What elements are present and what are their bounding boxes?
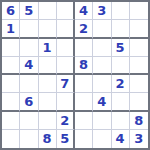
cell-r2c1[interactable]: 1 xyxy=(2,20,20,38)
cell-r8c7[interactable]: 4 xyxy=(112,130,130,148)
cell-r1c7[interactable] xyxy=(112,2,130,20)
cell-r6c4[interactable] xyxy=(57,93,75,111)
cell-r4c3[interactable] xyxy=(39,57,57,75)
cell-r8c5[interactable] xyxy=(75,130,93,148)
cell-r4c7[interactable] xyxy=(112,57,130,75)
cell-r7c4[interactable]: 2 xyxy=(57,112,75,130)
cell-r5c7[interactable]: 2 xyxy=(112,75,130,93)
cell-r4c1[interactable] xyxy=(2,57,20,75)
cell-r2c2[interactable] xyxy=(20,20,38,38)
cell-r3c1[interactable] xyxy=(2,39,20,57)
cell-r4c6[interactable] xyxy=(93,57,111,75)
cell-r6c1[interactable] xyxy=(2,93,20,111)
cell-r8c4[interactable]: 5 xyxy=(57,130,75,148)
cell-r4c2[interactable]: 4 xyxy=(20,57,38,75)
cell-r6c5[interactable] xyxy=(75,93,93,111)
cell-r3c7[interactable]: 5 xyxy=(112,39,130,57)
cell-r7c2[interactable] xyxy=(20,112,38,130)
sudoku-board: 65431215487264288543 xyxy=(0,0,150,150)
cell-r3c5[interactable] xyxy=(75,39,93,57)
cell-r8c1[interactable] xyxy=(2,130,20,148)
cell-r1c4[interactable] xyxy=(57,2,75,20)
cell-r1c5[interactable]: 4 xyxy=(75,2,93,20)
cell-r7c5[interactable] xyxy=(75,112,93,130)
cell-r3c3[interactable]: 1 xyxy=(39,39,57,57)
cell-r7c6[interactable] xyxy=(93,112,111,130)
cell-r2c4[interactable] xyxy=(57,20,75,38)
cell-r3c6[interactable] xyxy=(93,39,111,57)
cell-r5c5[interactable] xyxy=(75,75,93,93)
cell-r7c7[interactable] xyxy=(112,112,130,130)
cell-r5c2[interactable] xyxy=(20,75,38,93)
cell-r7c3[interactable] xyxy=(39,112,57,130)
cell-r4c5[interactable]: 8 xyxy=(75,57,93,75)
cell-r4c4[interactable] xyxy=(57,57,75,75)
cell-r1c3[interactable] xyxy=(39,2,57,20)
cell-r2c6[interactable] xyxy=(93,20,111,38)
cell-r6c2[interactable]: 6 xyxy=(20,93,38,111)
cell-r2c5[interactable]: 2 xyxy=(75,20,93,38)
cell-r6c7[interactable] xyxy=(112,93,130,111)
cell-r3c8[interactable] xyxy=(130,39,148,57)
cell-r2c8[interactable] xyxy=(130,20,148,38)
cell-r1c6[interactable]: 3 xyxy=(93,2,111,20)
cell-r5c8[interactable] xyxy=(130,75,148,93)
cell-r1c8[interactable] xyxy=(130,2,148,20)
cell-r8c3[interactable]: 8 xyxy=(39,130,57,148)
cell-r6c3[interactable] xyxy=(39,93,57,111)
cell-r6c6[interactable]: 4 xyxy=(93,93,111,111)
cell-r2c7[interactable] xyxy=(112,20,130,38)
cell-r8c6[interactable] xyxy=(93,130,111,148)
cell-r4c8[interactable] xyxy=(130,57,148,75)
cell-r2c3[interactable] xyxy=(39,20,57,38)
cell-r5c6[interactable] xyxy=(93,75,111,93)
cell-r5c3[interactable] xyxy=(39,75,57,93)
cell-r5c1[interactable] xyxy=(2,75,20,93)
cell-r7c1[interactable] xyxy=(2,112,20,130)
cell-r7c8[interactable]: 8 xyxy=(130,112,148,130)
cell-r8c2[interactable] xyxy=(20,130,38,148)
cell-r3c2[interactable] xyxy=(20,39,38,57)
cell-r8c8[interactable]: 3 xyxy=(130,130,148,148)
cell-r6c8[interactable] xyxy=(130,93,148,111)
cell-r1c2[interactable]: 5 xyxy=(20,2,38,20)
cell-r5c4[interactable]: 7 xyxy=(57,75,75,93)
cell-r3c4[interactable] xyxy=(57,39,75,57)
cell-r1c1[interactable]: 6 xyxy=(2,2,20,20)
